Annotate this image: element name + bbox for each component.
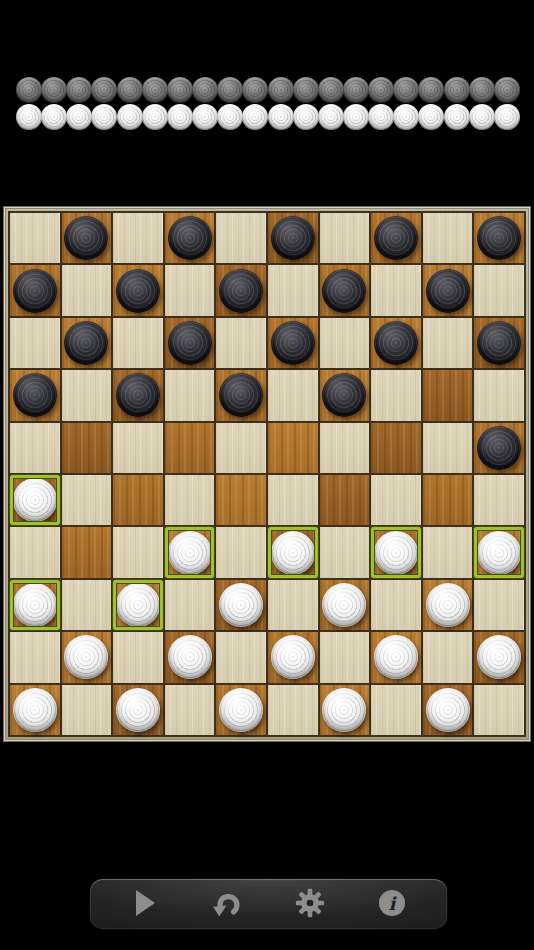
square-r10c5[interactable] xyxy=(216,685,266,735)
tray-white-piece xyxy=(66,104,92,130)
square-r8c3[interactable] xyxy=(113,580,163,630)
square-r1c8[interactable] xyxy=(371,213,421,263)
square-r1c2[interactable] xyxy=(62,213,112,263)
square-r3c5[interactable] xyxy=(216,318,266,368)
square-r1c10[interactable] xyxy=(474,213,524,263)
tray-black-piece xyxy=(117,77,143,103)
square-r7c5[interactable] xyxy=(216,527,266,577)
black-man[interactable] xyxy=(477,321,521,365)
square-r10c10[interactable] xyxy=(474,685,524,735)
square-r8c7[interactable] xyxy=(320,580,370,630)
square-r9c5[interactable] xyxy=(216,632,266,682)
tray-black-piece xyxy=(91,77,117,103)
black-man[interactable] xyxy=(116,269,160,313)
toolbar: i xyxy=(90,879,447,929)
tray-white-piece xyxy=(41,104,67,130)
gear-icon xyxy=(295,888,325,921)
square-r9c2[interactable] xyxy=(62,632,112,682)
settings-button[interactable] xyxy=(282,881,338,927)
square-r4c1[interactable] xyxy=(10,370,60,420)
checkers-app: i xyxy=(0,0,534,950)
white-man[interactable] xyxy=(13,688,57,732)
tray-white-piece xyxy=(91,104,117,130)
square-r5c6[interactable] xyxy=(268,423,318,473)
tray-white-piece xyxy=(444,104,470,130)
square-r6c4[interactable] xyxy=(165,475,215,525)
square-r4c5[interactable] xyxy=(216,370,266,420)
square-r1c4[interactable] xyxy=(165,213,215,263)
square-r3c2[interactable] xyxy=(62,318,112,368)
square-r7c8[interactable] xyxy=(371,527,421,577)
square-r9c3[interactable] xyxy=(113,632,163,682)
tray-black-piece xyxy=(368,77,394,103)
square-r8c8[interactable] xyxy=(371,580,421,630)
black-man[interactable] xyxy=(13,269,57,313)
square-r5c5[interactable] xyxy=(216,423,266,473)
square-r5c2[interactable] xyxy=(62,423,112,473)
square-r2c6[interactable] xyxy=(268,265,318,315)
square-r7c2[interactable] xyxy=(62,527,112,577)
square-r10c8[interactable] xyxy=(371,685,421,735)
tray-black-piece xyxy=(217,77,243,103)
square-r3c8[interactable] xyxy=(371,318,421,368)
white-man[interactable] xyxy=(219,583,263,627)
white-man[interactable] xyxy=(64,635,108,679)
square-r2c3[interactable] xyxy=(113,265,163,315)
play-icon xyxy=(132,888,158,921)
tray-black-piece xyxy=(318,77,344,103)
info-button[interactable]: i xyxy=(364,881,420,927)
white-man[interactable] xyxy=(168,635,212,679)
tray-white-piece xyxy=(418,104,444,130)
black-man[interactable] xyxy=(477,216,521,260)
black-man[interactable] xyxy=(64,321,108,365)
square-r8c5[interactable] xyxy=(216,580,266,630)
square-r6c6[interactable] xyxy=(268,475,318,525)
white-man[interactable] xyxy=(219,688,263,732)
play-button[interactable] xyxy=(117,881,173,927)
square-r9c4[interactable] xyxy=(165,632,215,682)
tray-white-piece xyxy=(16,104,42,130)
tray-black-piece xyxy=(66,77,92,103)
white-man[interactable] xyxy=(271,635,315,679)
square-r4c4[interactable] xyxy=(165,370,215,420)
tray-black-piece xyxy=(418,77,444,103)
square-r4c2[interactable] xyxy=(62,370,112,420)
square-r7c7[interactable] xyxy=(320,527,370,577)
square-r6c10[interactable] xyxy=(474,475,524,525)
square-r10c1[interactable] xyxy=(10,685,60,735)
square-r4c7[interactable] xyxy=(320,370,370,420)
square-r8c4[interactable] xyxy=(165,580,215,630)
black-man[interactable] xyxy=(219,269,263,313)
square-r6c1[interactable] xyxy=(10,475,60,525)
square-r1c7[interactable] xyxy=(320,213,370,263)
board-grid xyxy=(8,211,526,737)
tray-black-piece xyxy=(242,77,268,103)
tray-black-piece xyxy=(469,77,495,103)
black-pieces-tray xyxy=(0,77,534,103)
square-r5c1[interactable] xyxy=(10,423,60,473)
square-r5c7[interactable] xyxy=(320,423,370,473)
square-r7c3[interactable] xyxy=(113,527,163,577)
square-r3c3[interactable] xyxy=(113,318,163,368)
tray-black-piece xyxy=(444,77,470,103)
tray-white-piece xyxy=(192,104,218,130)
black-man[interactable] xyxy=(13,373,57,417)
white-man[interactable] xyxy=(13,583,57,627)
square-r9c9[interactable] xyxy=(423,632,473,682)
tray-black-piece xyxy=(343,77,369,103)
white-man[interactable] xyxy=(374,531,418,575)
square-r8c6[interactable] xyxy=(268,580,318,630)
square-r5c3[interactable] xyxy=(113,423,163,473)
square-r3c9[interactable] xyxy=(423,318,473,368)
square-r9c8[interactable] xyxy=(371,632,421,682)
square-r8c10[interactable] xyxy=(474,580,524,630)
square-r2c1[interactable] xyxy=(10,265,60,315)
white-man[interactable] xyxy=(13,478,57,522)
square-r9c10[interactable] xyxy=(474,632,524,682)
board-frame xyxy=(3,206,531,742)
tray-white-piece xyxy=(242,104,268,130)
square-r10c3[interactable] xyxy=(113,685,163,735)
square-r6c7[interactable] xyxy=(320,475,370,525)
white-man[interactable] xyxy=(322,583,366,627)
black-man[interactable] xyxy=(374,216,418,260)
white-man[interactable] xyxy=(271,531,315,575)
square-r7c10[interactable] xyxy=(474,527,524,577)
tray-black-piece xyxy=(293,77,319,103)
square-r1c3[interactable] xyxy=(113,213,163,263)
tray-white-piece xyxy=(494,104,520,130)
white-man[interactable] xyxy=(477,635,521,679)
square-r4c8[interactable] xyxy=(371,370,421,420)
square-r10c7[interactable] xyxy=(320,685,370,735)
white-man[interactable] xyxy=(426,583,470,627)
black-man[interactable] xyxy=(271,216,315,260)
square-r3c10[interactable] xyxy=(474,318,524,368)
square-r5c4[interactable] xyxy=(165,423,215,473)
black-man[interactable] xyxy=(322,269,366,313)
square-r6c5[interactable] xyxy=(216,475,266,525)
tray-white-piece xyxy=(142,104,168,130)
black-man[interactable] xyxy=(322,373,366,417)
white-man[interactable] xyxy=(116,688,160,732)
tray-white-piece xyxy=(117,104,143,130)
tray-black-piece xyxy=(16,77,42,103)
square-r2c5[interactable] xyxy=(216,265,266,315)
square-r7c6[interactable] xyxy=(268,527,318,577)
white-man[interactable] xyxy=(168,531,212,575)
white-man[interactable] xyxy=(322,688,366,732)
tray-black-piece xyxy=(393,77,419,103)
square-r2c7[interactable] xyxy=(320,265,370,315)
square-r2c10[interactable] xyxy=(474,265,524,315)
black-man[interactable] xyxy=(168,321,212,365)
square-r2c4[interactable] xyxy=(165,265,215,315)
square-r7c4[interactable] xyxy=(165,527,215,577)
square-r3c7[interactable] xyxy=(320,318,370,368)
undo-icon xyxy=(210,887,244,922)
square-r10c6[interactable] xyxy=(268,685,318,735)
square-r4c9[interactable] xyxy=(423,370,473,420)
white-man[interactable] xyxy=(477,531,521,575)
square-r5c9[interactable] xyxy=(423,423,473,473)
tray-black-piece xyxy=(494,77,520,103)
tray-black-piece xyxy=(41,77,67,103)
info-icon: i xyxy=(378,889,406,920)
black-man[interactable] xyxy=(374,321,418,365)
tray-white-piece xyxy=(167,104,193,130)
square-r8c1[interactable] xyxy=(10,580,60,630)
square-r4c10[interactable] xyxy=(474,370,524,420)
black-man[interactable] xyxy=(426,269,470,313)
square-r10c2[interactable] xyxy=(62,685,112,735)
square-r7c9[interactable] xyxy=(423,527,473,577)
square-r9c7[interactable] xyxy=(320,632,370,682)
square-r9c1[interactable] xyxy=(10,632,60,682)
tray-white-piece xyxy=(318,104,344,130)
tray-white-piece xyxy=(393,104,419,130)
square-r1c5[interactable] xyxy=(216,213,266,263)
white-man[interactable] xyxy=(426,688,470,732)
square-r4c6[interactable] xyxy=(268,370,318,420)
square-r2c8[interactable] xyxy=(371,265,421,315)
white-man[interactable] xyxy=(116,583,160,627)
square-r1c6[interactable] xyxy=(268,213,318,263)
square-r1c1[interactable] xyxy=(10,213,60,263)
square-r3c4[interactable] xyxy=(165,318,215,368)
tray-white-piece xyxy=(469,104,495,130)
tray-white-piece xyxy=(217,104,243,130)
square-r3c1[interactable] xyxy=(10,318,60,368)
tray-white-piece xyxy=(268,104,294,130)
square-r10c4[interactable] xyxy=(165,685,215,735)
tray-white-piece xyxy=(368,104,394,130)
square-r6c3[interactable] xyxy=(113,475,163,525)
square-r10c9[interactable] xyxy=(423,685,473,735)
tray-black-piece xyxy=(167,77,193,103)
tray-black-piece xyxy=(268,77,294,103)
white-man[interactable] xyxy=(374,635,418,679)
square-r9c6[interactable] xyxy=(268,632,318,682)
square-r5c10[interactable] xyxy=(474,423,524,473)
square-r6c2[interactable] xyxy=(62,475,112,525)
square-r6c9[interactable] xyxy=(423,475,473,525)
tray-white-piece xyxy=(293,104,319,130)
square-r6c8[interactable] xyxy=(371,475,421,525)
white-pieces-tray xyxy=(0,104,534,130)
square-r4c3[interactable] xyxy=(113,370,163,420)
black-man[interactable] xyxy=(116,373,160,417)
square-r3c6[interactable] xyxy=(268,318,318,368)
square-r8c9[interactable] xyxy=(423,580,473,630)
black-man[interactable] xyxy=(219,373,263,417)
square-r2c9[interactable] xyxy=(423,265,473,315)
black-man[interactable] xyxy=(64,216,108,260)
undo-button[interactable] xyxy=(199,881,255,927)
tray-white-piece xyxy=(343,104,369,130)
square-r8c2[interactable] xyxy=(62,580,112,630)
black-man[interactable] xyxy=(271,321,315,365)
square-r5c8[interactable] xyxy=(371,423,421,473)
square-r7c1[interactable] xyxy=(10,527,60,577)
square-r2c2[interactable] xyxy=(62,265,112,315)
tray-black-piece xyxy=(142,77,168,103)
black-man[interactable] xyxy=(477,426,521,470)
black-man[interactable] xyxy=(168,216,212,260)
tray-black-piece xyxy=(192,77,218,103)
square-r1c9[interactable] xyxy=(423,213,473,263)
